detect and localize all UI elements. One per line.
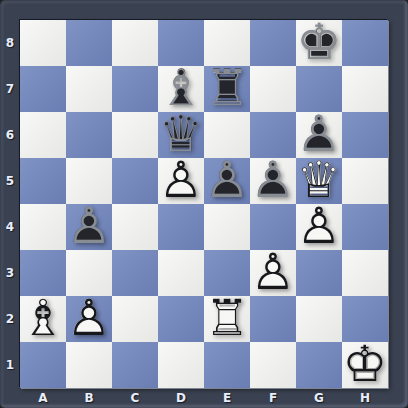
- square-b7[interactable]: [66, 66, 112, 112]
- square-e7[interactable]: ♜♖: [204, 66, 250, 112]
- rank-label-3: 3: [0, 250, 20, 296]
- rank-label-1: 1: [0, 342, 20, 388]
- square-h1[interactable]: ♚♔: [342, 342, 388, 388]
- square-a4[interactable]: [20, 204, 66, 250]
- square-c7[interactable]: [112, 66, 158, 112]
- square-a8[interactable]: [20, 20, 66, 66]
- white-pawn-icon[interactable]: ♟♙: [250, 250, 296, 296]
- square-d4[interactable]: [158, 204, 204, 250]
- square-a2[interactable]: ♝♗: [20, 296, 66, 342]
- file-label-b: B: [66, 388, 112, 408]
- square-b4[interactable]: ♟♙: [66, 204, 112, 250]
- black-pawn-icon[interactable]: ♟♙: [204, 158, 250, 204]
- square-c2[interactable]: [112, 296, 158, 342]
- white-rook-icon[interactable]: ♜♖: [204, 296, 250, 342]
- file-labels: ABCDEFGH: [20, 388, 388, 408]
- piece-outline: ♔: [296, 20, 342, 66]
- piece-outline: ♙: [250, 250, 296, 296]
- piece-outline: ♖: [204, 66, 250, 112]
- file-label-a: A: [20, 388, 66, 408]
- black-rook-icon[interactable]: ♜♖: [204, 66, 250, 112]
- square-g3[interactable]: [296, 250, 342, 296]
- file-label-e: E: [204, 388, 250, 408]
- square-f1[interactable]: [250, 342, 296, 388]
- white-bishop-icon[interactable]: ♝♗: [20, 296, 66, 342]
- square-f7[interactable]: [250, 66, 296, 112]
- square-c8[interactable]: [112, 20, 158, 66]
- square-f2[interactable]: [250, 296, 296, 342]
- square-h7[interactable]: [342, 66, 388, 112]
- square-d1[interactable]: [158, 342, 204, 388]
- piece-outline: ♙: [66, 204, 112, 250]
- square-a1[interactable]: [20, 342, 66, 388]
- chess-board: ♚♔♝♗♜♖♛♕♟♙♟♙♟♙♟♙♛♕♟♙♟♙♟♙♝♗♟♙♜♖♚♔: [20, 20, 388, 388]
- file-label-f: F: [250, 388, 296, 408]
- square-e5[interactable]: ♟♙: [204, 158, 250, 204]
- square-c5[interactable]: [112, 158, 158, 204]
- square-a7[interactable]: [20, 66, 66, 112]
- square-e1[interactable]: [204, 342, 250, 388]
- file-label-g: G: [296, 388, 342, 408]
- square-g2[interactable]: [296, 296, 342, 342]
- square-f5[interactable]: ♟♙: [250, 158, 296, 204]
- rank-label-6: 6: [0, 112, 20, 158]
- white-pawn-icon[interactable]: ♟♙: [158, 158, 204, 204]
- rank-label-4: 4: [0, 204, 20, 250]
- piece-outline: ♙: [158, 158, 204, 204]
- square-d3[interactable]: [158, 250, 204, 296]
- piece-outline: ♗: [20, 296, 66, 342]
- black-king-icon[interactable]: ♚♔: [296, 20, 342, 66]
- rank-label-8: 8: [0, 20, 20, 66]
- chess-board-frame: 87654321 ♚♔♝♗♜♖♛♕♟♙♟♙♟♙♟♙♛♕♟♙♟♙♟♙♝♗♟♙♜♖♚…: [0, 0, 408, 408]
- square-h6[interactable]: [342, 112, 388, 158]
- square-c3[interactable]: [112, 250, 158, 296]
- file-label-d: D: [158, 388, 204, 408]
- square-h8[interactable]: [342, 20, 388, 66]
- rank-labels: 87654321: [0, 20, 20, 388]
- file-label-h: H: [342, 388, 388, 408]
- piece-outline: ♙: [296, 204, 342, 250]
- square-g8[interactable]: ♚♔: [296, 20, 342, 66]
- square-g1[interactable]: [296, 342, 342, 388]
- white-pawn-icon[interactable]: ♟♙: [66, 296, 112, 342]
- square-a5[interactable]: [20, 158, 66, 204]
- piece-outline: ♖: [204, 296, 250, 342]
- square-h5[interactable]: [342, 158, 388, 204]
- piece-outline: ♙: [250, 158, 296, 204]
- rank-label-7: 7: [0, 66, 20, 112]
- white-king-icon[interactable]: ♚♔: [342, 342, 388, 388]
- square-a6[interactable]: [20, 112, 66, 158]
- square-b1[interactable]: [66, 342, 112, 388]
- file-label-c: C: [112, 388, 158, 408]
- rank-label-5: 5: [0, 158, 20, 204]
- square-c4[interactable]: [112, 204, 158, 250]
- square-f3[interactable]: ♟♙: [250, 250, 296, 296]
- square-c6[interactable]: [112, 112, 158, 158]
- square-g4[interactable]: ♟♙: [296, 204, 342, 250]
- square-e2[interactable]: ♜♖: [204, 296, 250, 342]
- square-b6[interactable]: [66, 112, 112, 158]
- white-pawn-icon[interactable]: ♟♙: [296, 204, 342, 250]
- square-d5[interactable]: ♟♙: [158, 158, 204, 204]
- rank-label-2: 2: [0, 296, 20, 342]
- square-f8[interactable]: [250, 20, 296, 66]
- square-e4[interactable]: [204, 204, 250, 250]
- piece-outline: ♙: [66, 296, 112, 342]
- piece-outline: ♔: [342, 342, 388, 388]
- square-h4[interactable]: [342, 204, 388, 250]
- square-h3[interactable]: [342, 250, 388, 296]
- square-c1[interactable]: [112, 342, 158, 388]
- square-b8[interactable]: [66, 20, 112, 66]
- square-b2[interactable]: ♟♙: [66, 296, 112, 342]
- square-d2[interactable]: [158, 296, 204, 342]
- piece-outline: ♙: [204, 158, 250, 204]
- black-pawn-icon[interactable]: ♟♙: [66, 204, 112, 250]
- black-pawn-icon[interactable]: ♟♙: [250, 158, 296, 204]
